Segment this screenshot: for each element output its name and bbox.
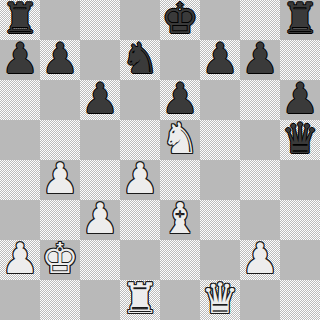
piece-white-bishop: ♝ (161, 199, 199, 239)
square-d4[interactable]: ♟ (120, 160, 160, 200)
piece-black-pawn: ♟ (201, 39, 239, 79)
square-h5[interactable]: ♛ (280, 120, 320, 160)
square-g2[interactable]: ♟ (240, 240, 280, 280)
square-a5[interactable] (0, 120, 40, 160)
square-g7[interactable]: ♟ (240, 40, 280, 80)
square-d1[interactable]: ♜ (120, 280, 160, 320)
piece-black-pawn: ♟ (281, 79, 319, 119)
piece-black-pawn: ♟ (81, 79, 119, 119)
piece-white-pawn: ♟ (1, 239, 39, 279)
square-b6[interactable] (40, 80, 80, 120)
piece-black-knight: ♞ (121, 39, 159, 79)
square-a4[interactable] (0, 160, 40, 200)
piece-black-pawn: ♟ (1, 39, 39, 79)
piece-white-king: ♚ (41, 239, 79, 279)
piece-black-king: ♚ (161, 0, 199, 39)
square-d6[interactable] (120, 80, 160, 120)
square-d3[interactable] (120, 200, 160, 240)
square-c1[interactable] (80, 280, 120, 320)
square-h4[interactable] (280, 160, 320, 200)
square-b7[interactable]: ♟ (40, 40, 80, 80)
square-e3[interactable]: ♝ (160, 200, 200, 240)
square-g4[interactable] (240, 160, 280, 200)
square-b4[interactable]: ♟ (40, 160, 80, 200)
square-e5[interactable]: ♞ (160, 120, 200, 160)
piece-black-pawn: ♟ (241, 39, 279, 79)
piece-white-pawn: ♟ (41, 159, 79, 199)
square-e8[interactable]: ♚ (160, 0, 200, 40)
square-f5[interactable] (200, 120, 240, 160)
square-c6[interactable]: ♟ (80, 80, 120, 120)
piece-white-pawn: ♟ (241, 239, 279, 279)
square-a2[interactable]: ♟ (0, 240, 40, 280)
square-h3[interactable] (280, 200, 320, 240)
square-h1[interactable] (280, 280, 320, 320)
square-a7[interactable]: ♟ (0, 40, 40, 80)
piece-white-knight: ♞ (161, 119, 199, 159)
square-c5[interactable] (80, 120, 120, 160)
piece-white-pawn: ♟ (81, 199, 119, 239)
piece-black-pawn: ♟ (41, 39, 79, 79)
square-f4[interactable] (200, 160, 240, 200)
square-d7[interactable]: ♞ (120, 40, 160, 80)
square-g1[interactable] (240, 280, 280, 320)
square-e2[interactable] (160, 240, 200, 280)
square-h8[interactable]: ♜ (280, 0, 320, 40)
square-b1[interactable] (40, 280, 80, 320)
square-a6[interactable] (0, 80, 40, 120)
piece-black-queen: ♛ (281, 119, 319, 159)
piece-white-pawn: ♟ (121, 159, 159, 199)
square-c3[interactable]: ♟ (80, 200, 120, 240)
square-f3[interactable] (200, 200, 240, 240)
chess-board: ♜♚♜♟♟♞♟♟♟♟♟♞♛♟♟♟♝♟♚♟♜♛ (0, 0, 320, 320)
square-f6[interactable] (200, 80, 240, 120)
piece-white-rook: ♜ (121, 279, 159, 319)
square-f1[interactable]: ♛ (200, 280, 240, 320)
piece-black-rook: ♜ (281, 0, 319, 39)
square-g6[interactable] (240, 80, 280, 120)
square-e1[interactable] (160, 280, 200, 320)
square-c8[interactable] (80, 0, 120, 40)
square-a1[interactable] (0, 280, 40, 320)
piece-white-queen: ♛ (201, 279, 239, 319)
square-c2[interactable] (80, 240, 120, 280)
square-g5[interactable] (240, 120, 280, 160)
square-b2[interactable]: ♚ (40, 240, 80, 280)
piece-black-pawn: ♟ (161, 79, 199, 119)
square-f7[interactable]: ♟ (200, 40, 240, 80)
square-h2[interactable] (280, 240, 320, 280)
